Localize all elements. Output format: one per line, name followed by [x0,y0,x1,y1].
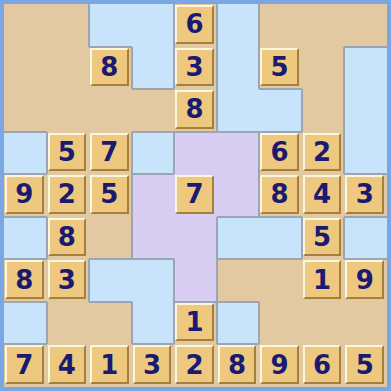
cell-r1c2[interactable] [47,4,90,47]
cell-r8c2[interactable] [47,302,90,345]
cell-r3c2[interactable] [47,89,90,132]
tile-digit: 1 [185,309,203,335]
tile-digit: 8 [271,181,289,207]
cell-r4c1[interactable] [4,132,47,175]
cell-r7c1[interactable]: 8 [4,259,47,302]
number-tile-7[interactable]: 7 [175,175,214,214]
cell-r8c9[interactable] [344,302,387,345]
cell-r5c4[interactable] [132,174,175,217]
cell-r5c1[interactable]: 9 [4,174,47,217]
cell-r4c7[interactable]: 6 [259,132,302,175]
tile-digit: 8 [228,352,246,378]
tile-digit: 8 [58,224,76,250]
number-tile-5[interactable]: 5 [260,48,299,87]
sudoku-board: 68358576292578438583191741328965 [0,0,391,391]
number-tile-2[interactable]: 2 [175,345,214,384]
number-tile-9[interactable]: 9 [345,260,384,299]
tile-digit: 7 [100,139,118,165]
number-tile-5[interactable]: 5 [48,133,87,172]
tile-digit: 3 [143,352,161,378]
cell-r1c8[interactable] [302,4,345,47]
cell-r9c2[interactable]: 4 [47,344,90,387]
tile-digit: 3 [58,267,76,293]
cell-r9c8[interactable]: 6 [302,344,345,387]
tile-digit: 5 [58,139,76,165]
cell-r5c5[interactable]: 7 [174,174,217,217]
cell-r1c1[interactable] [4,4,47,47]
cell-r7c7[interactable] [259,259,302,302]
tile-digit: 5 [313,224,331,250]
cell-r3c5[interactable]: 8 [174,89,217,132]
tile-digit: 6 [313,352,331,378]
cell-r6c8[interactable]: 5 [302,217,345,260]
cell-r3c9[interactable] [344,89,387,132]
number-tile-9[interactable]: 9 [260,345,299,384]
cell-r7c2[interactable]: 3 [47,259,90,302]
cell-r5c8[interactable]: 4 [302,174,345,217]
tile-digit: 3 [356,181,374,207]
tile-digit: 4 [313,181,331,207]
tile-digit: 8 [100,54,118,80]
cell-r1c9[interactable] [344,4,387,47]
number-tile-4[interactable]: 4 [48,345,87,384]
cell-r5c9[interactable]: 3 [344,174,387,217]
number-tile-5[interactable]: 5 [303,218,342,257]
number-tile-5[interactable]: 5 [345,345,384,384]
cell-r8c7[interactable] [259,302,302,345]
tile-digit: 2 [313,139,331,165]
cell-r6c3[interactable] [89,217,132,260]
tile-digit: 6 [185,11,203,37]
cell-r7c3[interactable] [89,259,132,302]
number-tile-8[interactable]: 8 [175,90,214,129]
cell-r7c8[interactable]: 1 [302,259,345,302]
cell-r3c8[interactable] [302,89,345,132]
tile-digit: 7 [15,352,33,378]
cell-r5c2[interactable]: 2 [47,174,90,217]
cell-r8c1[interactable] [4,302,47,345]
cell-r3c3[interactable] [89,89,132,132]
tile-digit: 4 [58,352,76,378]
cell-r5c6[interactable] [217,174,260,217]
cell-r6c2[interactable]: 8 [47,217,90,260]
cell-r9c7[interactable]: 9 [259,344,302,387]
cell-r8c5[interactable]: 1 [174,302,217,345]
cell-r9c5[interactable]: 2 [174,344,217,387]
number-tile-6[interactable]: 6 [260,133,299,172]
cell-r9c6[interactable]: 8 [217,344,260,387]
number-tile-3[interactable]: 3 [175,48,214,87]
cell-r4c2[interactable]: 5 [47,132,90,175]
cell-r9c4[interactable]: 3 [132,344,175,387]
cell-r8c4[interactable] [132,302,175,345]
cell-r2c5[interactable]: 3 [174,47,217,90]
cell-r5c7[interactable]: 8 [259,174,302,217]
cell-r2c8[interactable] [302,47,345,90]
number-tile-8[interactable]: 8 [90,48,129,87]
cell-r6c1[interactable] [4,217,47,260]
tile-digit: 9 [15,181,33,207]
cell-r9c1[interactable]: 7 [4,344,47,387]
cell-r2c4[interactable] [132,47,175,90]
number-tile-5[interactable]: 5 [90,175,129,214]
tile-digit: 1 [100,352,118,378]
cell-r4c5[interactable] [174,132,217,175]
cell-r6c5[interactable] [174,217,217,260]
number-tile-8[interactable]: 8 [48,218,87,257]
tile-digit: 2 [58,181,76,207]
cell-r4c6[interactable] [217,132,260,175]
tile-digit: 9 [271,352,289,378]
cell-r4c8[interactable]: 2 [302,132,345,175]
cell-r3c7[interactable] [259,89,302,132]
number-tile-3[interactable]: 3 [345,175,384,214]
number-tile-3[interactable]: 3 [133,345,172,384]
cell-r4c4[interactable] [132,132,175,175]
cell-r6c9[interactable] [344,217,387,260]
tile-digit: 9 [356,267,374,293]
tile-digit: 7 [185,181,203,207]
cell-r4c3[interactable]: 7 [89,132,132,175]
cell-r7c9[interactable]: 9 [344,259,387,302]
tile-digit: 5 [100,181,118,207]
sudoku-app: 68358576292578438583191741328965 [0,0,391,391]
cell-r4c9[interactable] [344,132,387,175]
tile-digit: 6 [271,139,289,165]
number-tile-2[interactable]: 2 [48,175,87,214]
cell-r2c1[interactable] [4,47,47,90]
tile-digit: 5 [271,54,289,80]
cell-r6c4[interactable] [132,217,175,260]
number-tile-7[interactable]: 7 [90,133,129,172]
cell-r2c9[interactable] [344,47,387,90]
number-tile-9[interactable]: 9 [5,175,44,214]
number-tile-8[interactable]: 8 [5,260,44,299]
tile-digit: 8 [15,267,33,293]
cell-r3c6[interactable] [217,89,260,132]
number-tile-3[interactable]: 3 [48,260,87,299]
cell-r9c3[interactable]: 1 [89,344,132,387]
number-tile-1[interactable]: 1 [90,345,129,384]
number-tile-8[interactable]: 8 [218,345,257,384]
cell-r1c3[interactable] [89,4,132,47]
number-tile-1[interactable]: 1 [303,260,342,299]
cell-r9c9[interactable]: 5 [344,344,387,387]
number-tile-6[interactable]: 6 [175,5,214,44]
cell-r6c7[interactable] [259,217,302,260]
cell-r3c1[interactable] [4,89,47,132]
number-tile-6[interactable]: 6 [303,345,342,384]
tile-digit: 8 [185,96,203,122]
cell-r3c4[interactable] [132,89,175,132]
cell-r1c4[interactable] [132,4,175,47]
cell-r7c5[interactable] [174,259,217,302]
number-tile-1[interactable]: 1 [175,303,214,342]
cell-r5c3[interactable]: 5 [89,174,132,217]
tile-digit: 3 [185,54,203,80]
cell-r2c3[interactable]: 8 [89,47,132,90]
tile-digit: 5 [356,352,374,378]
cell-r7c6[interactable] [217,259,260,302]
cell-r1c6[interactable] [217,4,260,47]
tile-digit: 2 [185,352,203,378]
cell-r8c8[interactable] [302,302,345,345]
cell-r2c2[interactable] [47,47,90,90]
tile-digit: 1 [313,267,331,293]
cell-r1c5[interactable]: 6 [174,4,217,47]
cell-r6c6[interactable] [217,217,260,260]
cell-r7c4[interactable] [132,259,175,302]
number-tile-4[interactable]: 4 [303,175,342,214]
cell-r8c3[interactable] [89,302,132,345]
cell-r1c7[interactable] [259,4,302,47]
number-tile-8[interactable]: 8 [260,175,299,214]
cell-r2c6[interactable] [217,47,260,90]
number-tile-7[interactable]: 7 [5,345,44,384]
cell-r8c6[interactable] [217,302,260,345]
number-tile-2[interactable]: 2 [303,133,342,172]
cell-r2c7[interactable]: 5 [259,47,302,90]
